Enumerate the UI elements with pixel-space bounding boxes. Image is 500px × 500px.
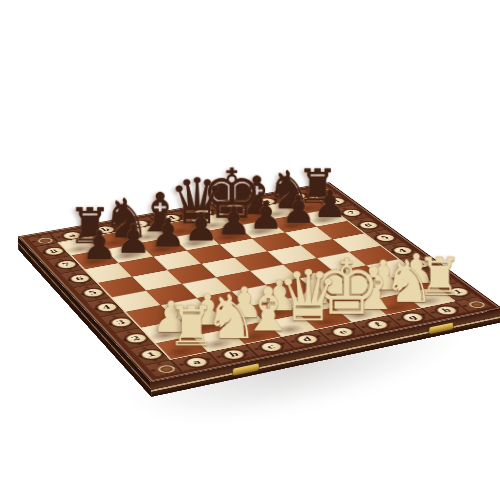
piece-black-pawn: ♟	[183, 208, 219, 245]
coord-label-rank-5: 5	[80, 287, 105, 298]
chess-set-photo: abcdefgh8♜♞♝♛♚♝♞♜87♟♟♟♟♟♟♟♟7665544332♟♟♟…	[0, 0, 500, 500]
chess-board: abcdefgh8♜♞♝♛♚♝♞♜87♟♟♟♟♟♟♟♟7665544332♟♟♟…	[18, 182, 500, 382]
piece-black-pawn: ♟	[280, 191, 315, 227]
piece-black-pawn: ♟	[81, 226, 118, 264]
coord-label-file-a: a	[183, 356, 211, 369]
corner-rosette	[466, 300, 487, 309]
piece-black-pawn: ♟	[312, 186, 347, 222]
coord-label-file-d: d	[293, 333, 320, 345]
coord-label-rank-3: 3	[108, 317, 134, 329]
scene: abcdefgh8♜♞♝♛♚♝♞♜87♟♟♟♟♟♟♟♟7665544332♟♟♟…	[0, 0, 500, 500]
piece-black-pawn: ♟	[248, 197, 284, 233]
piece-black-pawn: ♟	[115, 220, 152, 257]
piece-black-pawn: ♟	[216, 203, 252, 240]
coord-label-rank-4: 4	[94, 302, 120, 313]
coord-label-rank-6: 6	[67, 273, 92, 283]
brass-latch	[233, 363, 259, 375]
coord-label-rank-5: 5	[373, 233, 398, 243]
coord-label-file-b: b	[220, 348, 248, 360]
coord-label-file-g: g	[399, 312, 426, 323]
piece-white-rook: ♜	[166, 301, 207, 353]
piece-black-pawn: ♟	[149, 214, 185, 251]
coord-label-file-h: h	[433, 305, 460, 316]
coord-label-file-c: c	[257, 341, 285, 353]
chess-board-frame: abcdefgh8♜♞♝♛♚♝♞♜87♟♟♟♟♟♟♟♟7665544332♟♟♟…	[26, 185, 492, 377]
